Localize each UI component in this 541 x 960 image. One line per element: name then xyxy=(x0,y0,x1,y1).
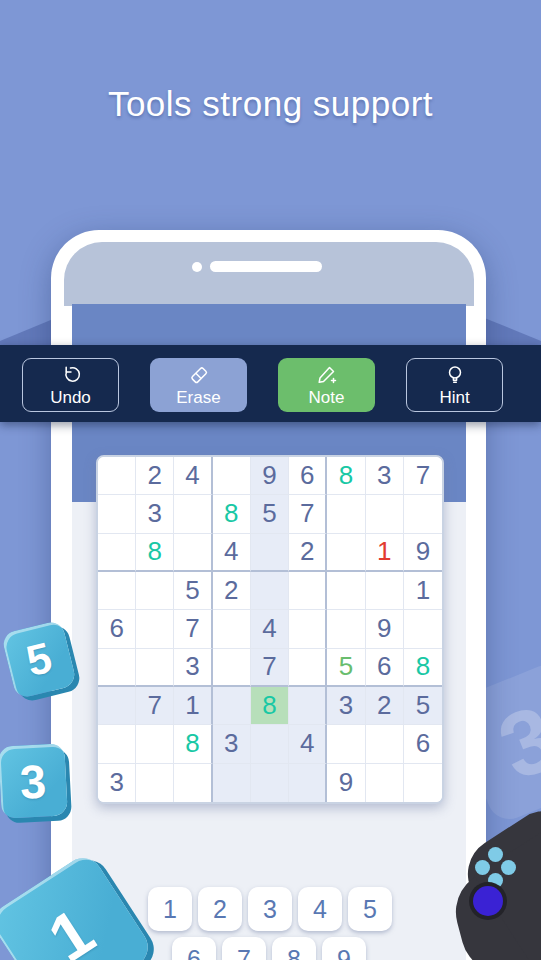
sudoku-cell[interactable]: 1 xyxy=(366,534,404,572)
sudoku-cell[interactable]: 6 xyxy=(289,457,327,495)
sudoku-cell[interactable]: 2 xyxy=(136,457,174,495)
sudoku-cell[interactable] xyxy=(98,687,136,725)
numpad-button-4[interactable]: 4 xyxy=(298,887,342,931)
controller-button-icon xyxy=(501,860,516,875)
page-title: Tools strong support xyxy=(0,84,541,124)
sudoku-cell[interactable]: 5 xyxy=(251,495,289,533)
sudoku-cell[interactable]: 7 xyxy=(289,495,327,533)
undo-button[interactable]: Undo xyxy=(22,358,119,412)
numpad-row-1: 12345 xyxy=(148,887,392,931)
sudoku-cell[interactable] xyxy=(213,610,251,648)
numpad-row-2: 6789 xyxy=(172,937,366,960)
numpad-button-5[interactable]: 5 xyxy=(348,887,392,931)
sudoku-cell[interactable] xyxy=(289,610,327,648)
sudoku-cell[interactable]: 9 xyxy=(366,610,404,648)
sudoku-cell[interactable]: 6 xyxy=(404,725,442,763)
pencil-icon xyxy=(315,363,339,387)
speaker-bar xyxy=(210,261,322,272)
sudoku-cell[interactable] xyxy=(98,534,136,572)
sudoku-cell[interactable] xyxy=(98,572,136,610)
sudoku-cell[interactable]: 9 xyxy=(327,764,365,802)
undo-label: Undo xyxy=(50,388,91,408)
sudoku-cell[interactable] xyxy=(98,495,136,533)
sudoku-cell[interactable]: 8 xyxy=(251,687,289,725)
page-background: { "game": "sudoku", "position": "0240968… xyxy=(0,0,541,960)
sudoku-cell[interactable]: 6 xyxy=(98,610,136,648)
sudoku-cell[interactable]: 3 xyxy=(98,764,136,802)
sudoku-cell[interactable]: 2 xyxy=(213,572,251,610)
sudoku-cell[interactable]: 3 xyxy=(327,687,365,725)
sudoku-cell[interactable]: 4 xyxy=(251,610,289,648)
sudoku-cell[interactable]: 8 xyxy=(213,495,251,533)
hint-label: Hint xyxy=(439,388,469,408)
numpad-button-7[interactable]: 7 xyxy=(222,937,266,960)
sudoku-cell[interactable] xyxy=(404,495,442,533)
sudoku-cell[interactable] xyxy=(251,534,289,572)
controller-button-icon xyxy=(488,847,503,862)
sudoku-cell[interactable]: 8 xyxy=(327,457,365,495)
sudoku-cell[interactable]: 9 xyxy=(404,534,442,572)
sudoku-cell[interactable]: 3 xyxy=(213,725,251,763)
note-button[interactable]: Note xyxy=(278,358,375,412)
sudoku-cell[interactable] xyxy=(366,764,404,802)
eraser-icon xyxy=(187,363,211,387)
sudoku-cell[interactable] xyxy=(366,572,404,610)
camera-icon xyxy=(192,262,202,272)
sudoku-cell[interactable]: 3 xyxy=(174,649,212,687)
sudoku-cell[interactable] xyxy=(174,764,212,802)
hint-button[interactable]: Hint xyxy=(406,358,503,412)
decor-tile-bottom-number: 1 xyxy=(35,893,107,960)
ghost-card-number: 3 xyxy=(485,684,541,801)
controller-stick-icon xyxy=(473,886,503,916)
sudoku-cell[interactable] xyxy=(174,495,212,533)
sudoku-cell[interactable]: 8 xyxy=(404,649,442,687)
sudoku-cell[interactable] xyxy=(404,610,442,648)
sudoku-cell[interactable]: 7 xyxy=(404,457,442,495)
numpad-button-6[interactable]: 6 xyxy=(172,937,216,960)
numpad-button-2[interactable]: 2 xyxy=(198,887,242,931)
sudoku-cell[interactable] xyxy=(327,534,365,572)
sudoku-cell[interactable] xyxy=(136,764,174,802)
sudoku-cell[interactable] xyxy=(327,725,365,763)
phone-bezel xyxy=(64,242,474,306)
sudoku-cell[interactable] xyxy=(404,764,442,802)
sudoku-cell[interactable] xyxy=(136,649,174,687)
undo-icon xyxy=(59,363,82,387)
numpad-button-3[interactable]: 3 xyxy=(248,887,292,931)
sudoku-cell[interactable]: 2 xyxy=(289,534,327,572)
numpad-button-9[interactable]: 9 xyxy=(322,937,366,960)
sudoku-cell[interactable] xyxy=(251,572,289,610)
sudoku-cell[interactable]: 7 xyxy=(174,610,212,648)
sudoku-cell[interactable] xyxy=(327,572,365,610)
sudoku-cell[interactable] xyxy=(136,572,174,610)
sudoku-cell[interactable]: 5 xyxy=(327,649,365,687)
toolbar: Undo Erase Note xyxy=(0,345,541,422)
sudoku-cell[interactable] xyxy=(174,534,212,572)
sudoku-cell[interactable]: 5 xyxy=(174,572,212,610)
sudoku-cell[interactable]: 4 xyxy=(289,725,327,763)
sudoku-cell[interactable] xyxy=(213,649,251,687)
sudoku-cell[interactable] xyxy=(366,725,404,763)
sudoku-cell[interactable]: 6 xyxy=(366,649,404,687)
sudoku-cell[interactable] xyxy=(136,725,174,763)
sudoku-cell[interactable] xyxy=(251,764,289,802)
sudoku-cell[interactable]: 1 xyxy=(174,687,212,725)
sudoku-cell[interactable] xyxy=(98,457,136,495)
sudoku-cell[interactable] xyxy=(251,725,289,763)
controller-button-icon xyxy=(475,860,490,875)
sudoku-cell[interactable]: 2 xyxy=(366,687,404,725)
sudoku-cell[interactable] xyxy=(98,725,136,763)
erase-button[interactable]: Erase xyxy=(150,358,247,412)
sudoku-cell[interactable] xyxy=(213,457,251,495)
sudoku-cell[interactable]: 3 xyxy=(136,495,174,533)
sudoku-cell[interactable]: 1 xyxy=(404,572,442,610)
sudoku-cell[interactable]: 8 xyxy=(136,534,174,572)
sudoku-cell[interactable]: 9 xyxy=(251,457,289,495)
sudoku-board: 2496837385784219521674937568718325834639 xyxy=(96,455,444,804)
numpad-button-8[interactable]: 8 xyxy=(272,937,316,960)
beam-left-decor xyxy=(0,313,58,347)
decor-tile-3: 3 xyxy=(0,743,68,818)
sudoku-cell[interactable]: 7 xyxy=(251,649,289,687)
decor-tile-3-number: 3 xyxy=(19,753,48,809)
numpad-button-1[interactable]: 1 xyxy=(148,887,192,931)
sudoku-cell[interactable]: 4 xyxy=(174,457,212,495)
sudoku-cell[interactable] xyxy=(213,764,251,802)
erase-label: Erase xyxy=(176,388,220,408)
sudoku-cell[interactable] xyxy=(327,610,365,648)
sudoku-cell[interactable] xyxy=(213,687,251,725)
sudoku-cell[interactable]: 5 xyxy=(404,687,442,725)
sudoku-cell[interactable] xyxy=(289,649,327,687)
note-label: Note xyxy=(309,388,345,408)
sudoku-cell[interactable]: 7 xyxy=(136,687,174,725)
sudoku-cell[interactable]: 4 xyxy=(213,534,251,572)
sudoku-cell[interactable] xyxy=(366,495,404,533)
sudoku-cell[interactable]: 3 xyxy=(366,457,404,495)
sudoku-cell[interactable]: 8 xyxy=(174,725,212,763)
sudoku-cell[interactable] xyxy=(289,764,327,802)
sudoku-cell[interactable] xyxy=(98,649,136,687)
sudoku-cell[interactable] xyxy=(327,495,365,533)
sudoku-cell[interactable] xyxy=(136,610,174,648)
sudoku-cell[interactable] xyxy=(289,572,327,610)
lightbulb-icon xyxy=(443,363,467,387)
beam-right-decor xyxy=(482,313,541,347)
sudoku-cell[interactable] xyxy=(289,687,327,725)
decor-tile-5-number: 5 xyxy=(21,633,56,686)
